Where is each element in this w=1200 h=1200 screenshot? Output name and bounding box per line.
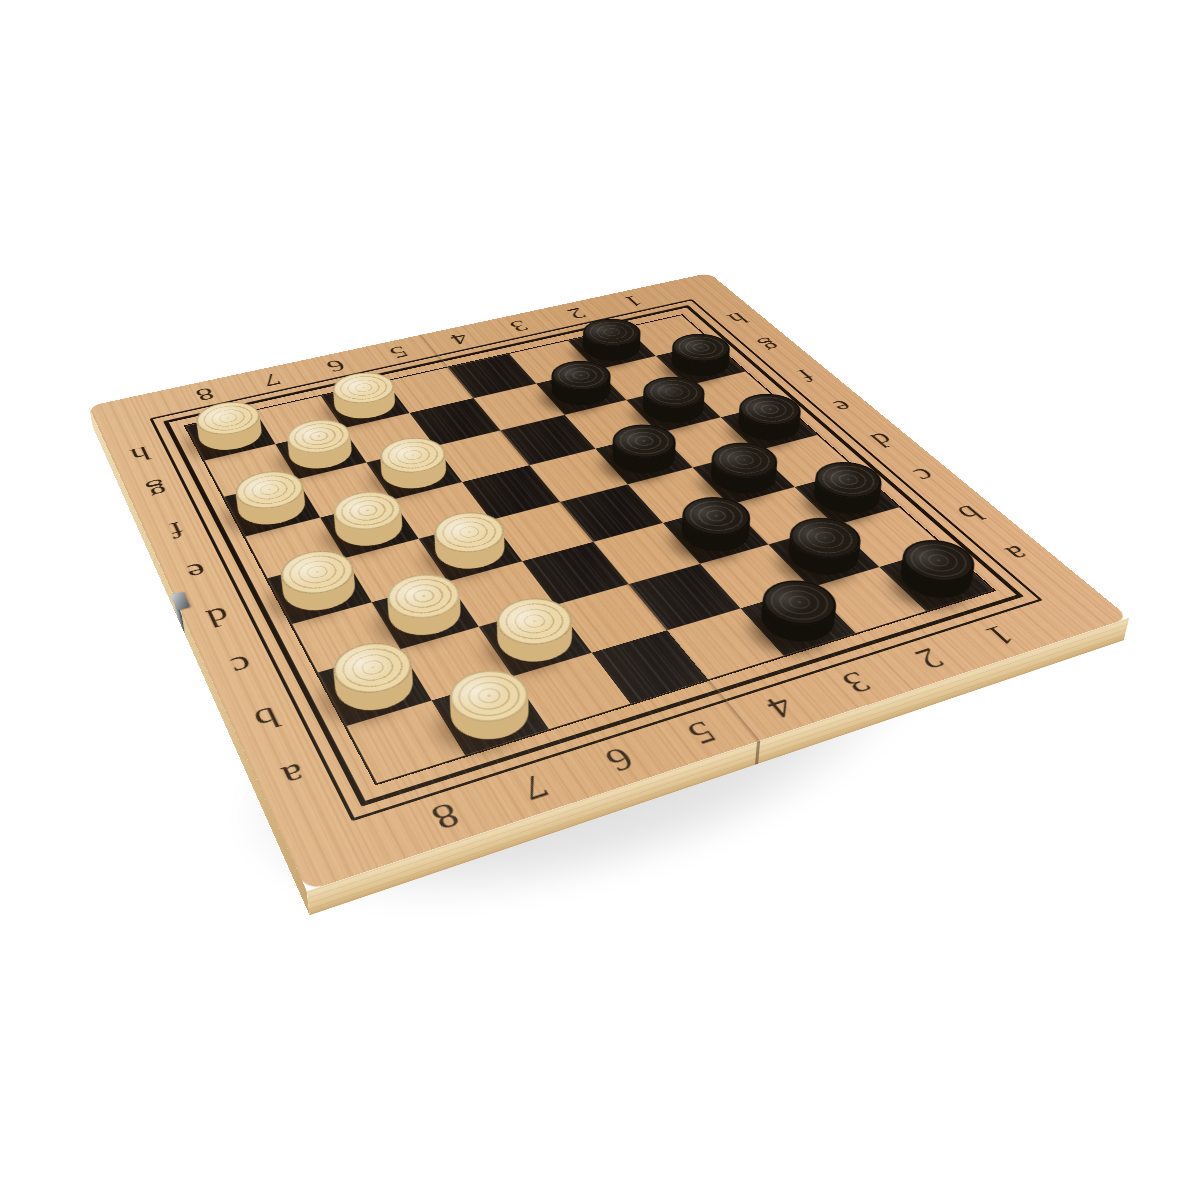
fold-seam-edge-notch (755, 740, 760, 764)
square-b6[interactable] (479, 605, 591, 676)
light-piece-f6[interactable] (373, 450, 455, 496)
dark-piece-e3[interactable] (601, 436, 686, 481)
light-piece-d6[interactable] (425, 524, 514, 577)
light-piece-b8[interactable] (325, 654, 423, 720)
product-photo-scene: 87654321 87654321 hgfedcba hgfedcba (0, 0, 1200, 1200)
dark-piece-c1[interactable] (801, 473, 892, 521)
light-piece-c7[interactable] (378, 585, 471, 644)
